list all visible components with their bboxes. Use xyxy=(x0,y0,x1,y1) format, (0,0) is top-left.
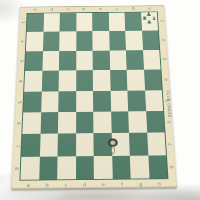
coord-label: c xyxy=(57,181,76,188)
square-f3 xyxy=(109,50,126,70)
square-e1 xyxy=(92,13,109,32)
chess-board: abcdefgh abcdefgh 12345678 12345678 ♟♜♝♟… xyxy=(11,5,177,189)
brand-logo: ♟♜♝♟ xyxy=(142,13,157,25)
square-a4 xyxy=(24,71,42,92)
square-f1 xyxy=(108,13,125,32)
square-h7 xyxy=(147,133,166,156)
square-c1 xyxy=(60,13,76,32)
square-d1 xyxy=(76,13,92,32)
square-d4 xyxy=(76,70,93,91)
square-a1 xyxy=(27,13,44,32)
square-f6 xyxy=(111,111,129,133)
square-f5 xyxy=(110,90,128,111)
coord-label: d xyxy=(75,181,94,188)
coord-label: f xyxy=(113,180,132,187)
square-b5 xyxy=(41,91,59,112)
coord-label: e xyxy=(94,181,113,188)
product-photo: abcdefgh abcdefgh 12345678 12345678 ♟♜♝♟… xyxy=(0,0,200,200)
square-b2 xyxy=(43,32,60,51)
square-e2 xyxy=(92,31,109,50)
square-e6 xyxy=(93,111,111,133)
coord-label: g xyxy=(131,180,150,187)
square-e8 xyxy=(94,156,113,179)
square-h5 xyxy=(145,90,164,111)
square-h4 xyxy=(144,70,162,91)
square-d3 xyxy=(76,51,93,71)
square-g7 xyxy=(129,133,148,156)
square-c6 xyxy=(58,112,76,134)
square-a2 xyxy=(26,32,43,51)
logo-piece-glyph: ♟ xyxy=(146,20,152,25)
square-b4 xyxy=(41,71,59,92)
square-c7 xyxy=(58,134,76,157)
square-f2 xyxy=(109,31,126,50)
coord-label: h xyxy=(150,180,169,187)
square-d6 xyxy=(76,112,94,134)
square-e3 xyxy=(93,50,110,70)
square-g3 xyxy=(126,50,144,70)
square-g2 xyxy=(125,31,142,50)
square-b7 xyxy=(39,134,57,157)
square-b3 xyxy=(42,51,59,71)
coords-files-bottom: abcdefgh xyxy=(19,180,169,189)
square-g4 xyxy=(127,70,145,91)
square-g5 xyxy=(127,90,145,111)
square-a5 xyxy=(23,91,41,112)
square-d7 xyxy=(76,133,94,156)
square-b8 xyxy=(39,156,58,179)
square-h2 xyxy=(142,31,160,50)
board-squares xyxy=(19,12,168,181)
coord-label: b xyxy=(38,181,57,188)
hanging-hook-icon xyxy=(107,138,119,159)
square-g8 xyxy=(130,155,149,178)
square-h8 xyxy=(148,155,168,178)
square-a6 xyxy=(22,112,40,134)
square-e4 xyxy=(93,70,110,91)
square-f4 xyxy=(110,70,128,91)
square-c2 xyxy=(59,32,76,51)
square-b6 xyxy=(40,112,58,134)
square-c5 xyxy=(58,91,76,112)
square-b1 xyxy=(43,13,60,32)
square-f8 xyxy=(112,155,131,178)
square-a8 xyxy=(20,156,39,179)
square-d5 xyxy=(76,91,93,112)
square-d2 xyxy=(76,31,93,50)
square-c3 xyxy=(59,51,76,71)
square-a7 xyxy=(21,134,40,157)
logo-piece-glyph: ♝ xyxy=(151,16,157,21)
square-g1 xyxy=(125,12,142,31)
square-h6 xyxy=(146,111,165,133)
square-e5 xyxy=(93,90,111,111)
board-scene: abcdefgh abcdefgh 12345678 12345678 ♟♜♝♟… xyxy=(11,187,177,189)
brand-text: CLUB CHESS xyxy=(165,90,172,118)
square-d8 xyxy=(76,156,94,179)
square-g6 xyxy=(128,111,147,133)
coord-label: a xyxy=(19,181,38,188)
square-c4 xyxy=(59,70,76,91)
square-h3 xyxy=(143,50,161,70)
square-c8 xyxy=(57,156,75,179)
square-a3 xyxy=(25,51,43,71)
